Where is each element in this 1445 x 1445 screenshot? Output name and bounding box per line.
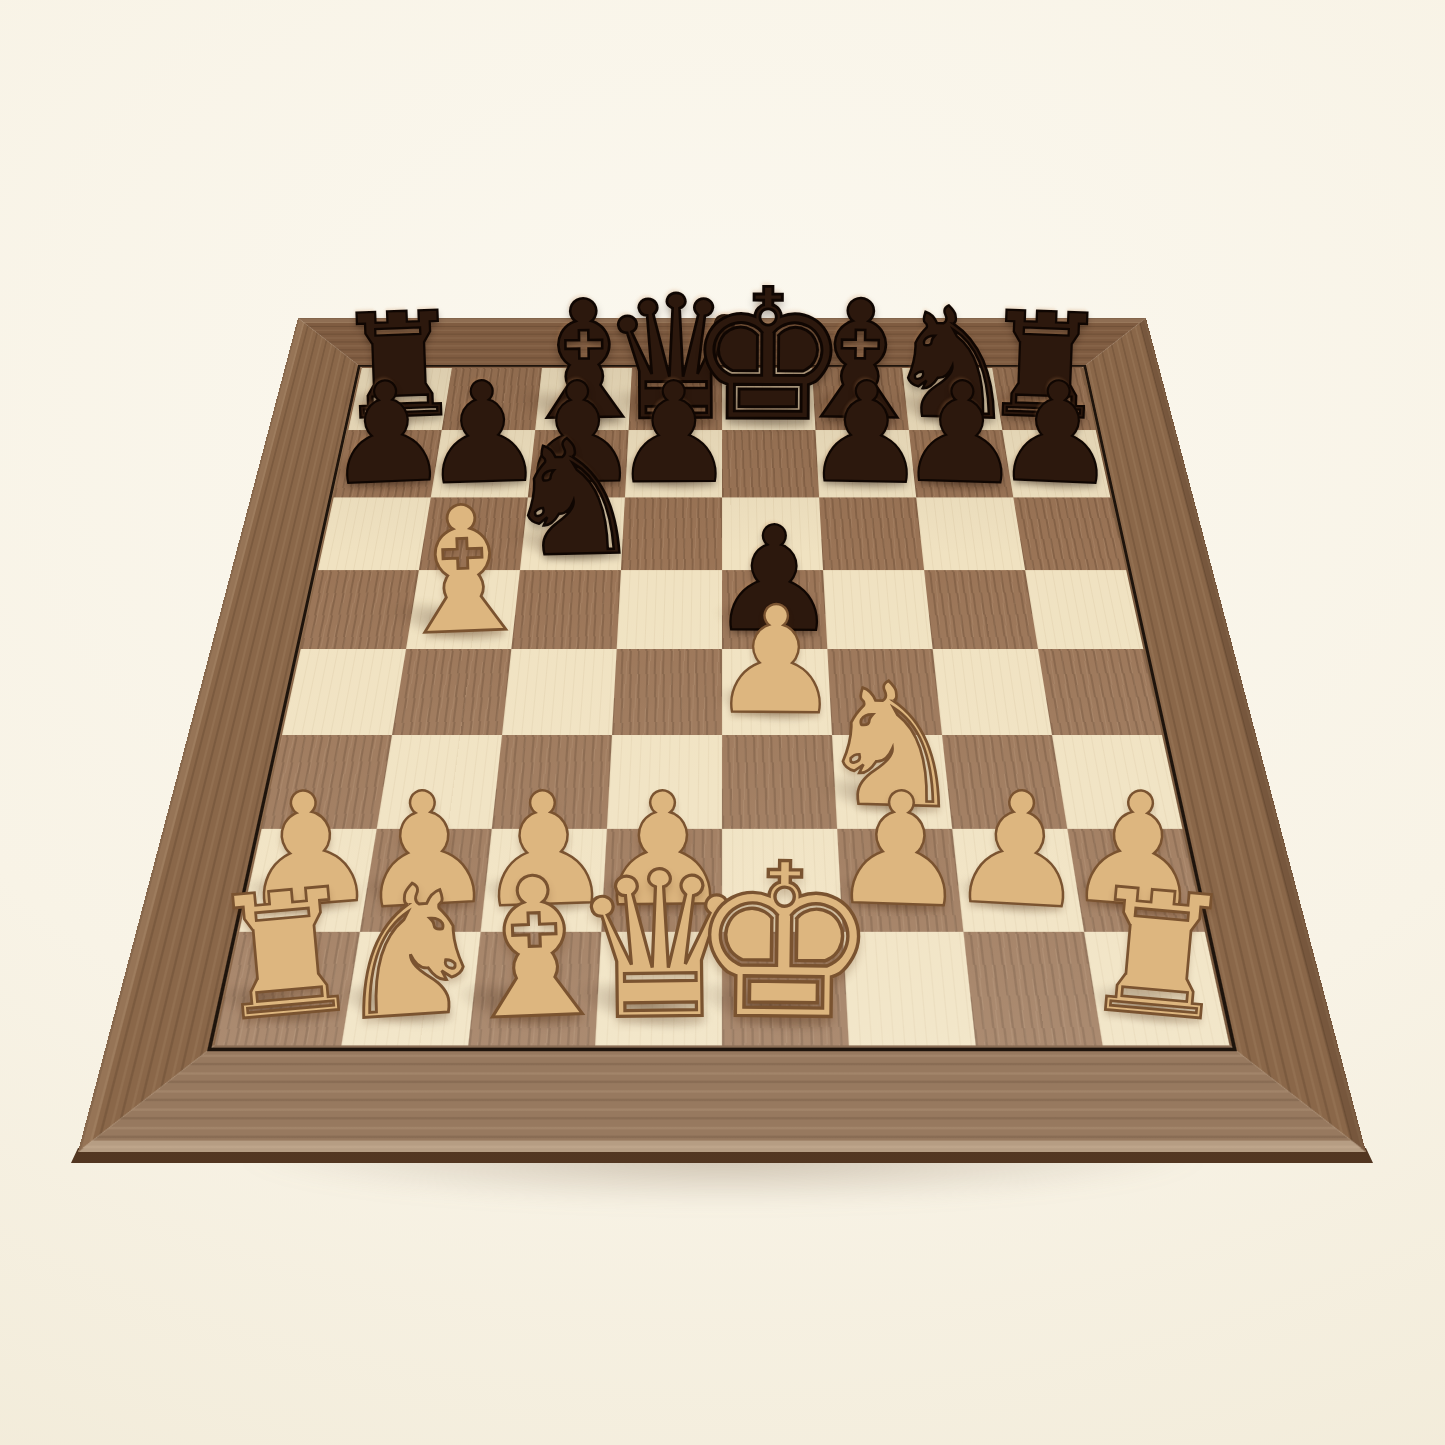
square-a4[interactable] <box>282 649 406 735</box>
square-h5[interactable] <box>1025 570 1143 649</box>
chessboard-photo: ♜♝♛♚♝♞♜♟♟♟♟♟♟♟♞♟♝♟♞♟♟♟♟♟♟♟♜♞♝♛♚♜ <box>0 0 1445 1445</box>
piece-white-bishop-b5[interactable]: ♝ <box>382 482 544 661</box>
square-g5[interactable] <box>924 570 1038 649</box>
piece-white-king-e1[interactable]: ♚ <box>688 836 881 1051</box>
piece-black-pawn-h7[interactable]: ♟ <box>992 362 1122 505</box>
piece-white-rook-h1[interactable]: ♜ <box>1075 865 1241 1047</box>
square-h4[interactable] <box>1038 649 1162 735</box>
square-d4[interactable] <box>612 649 722 735</box>
